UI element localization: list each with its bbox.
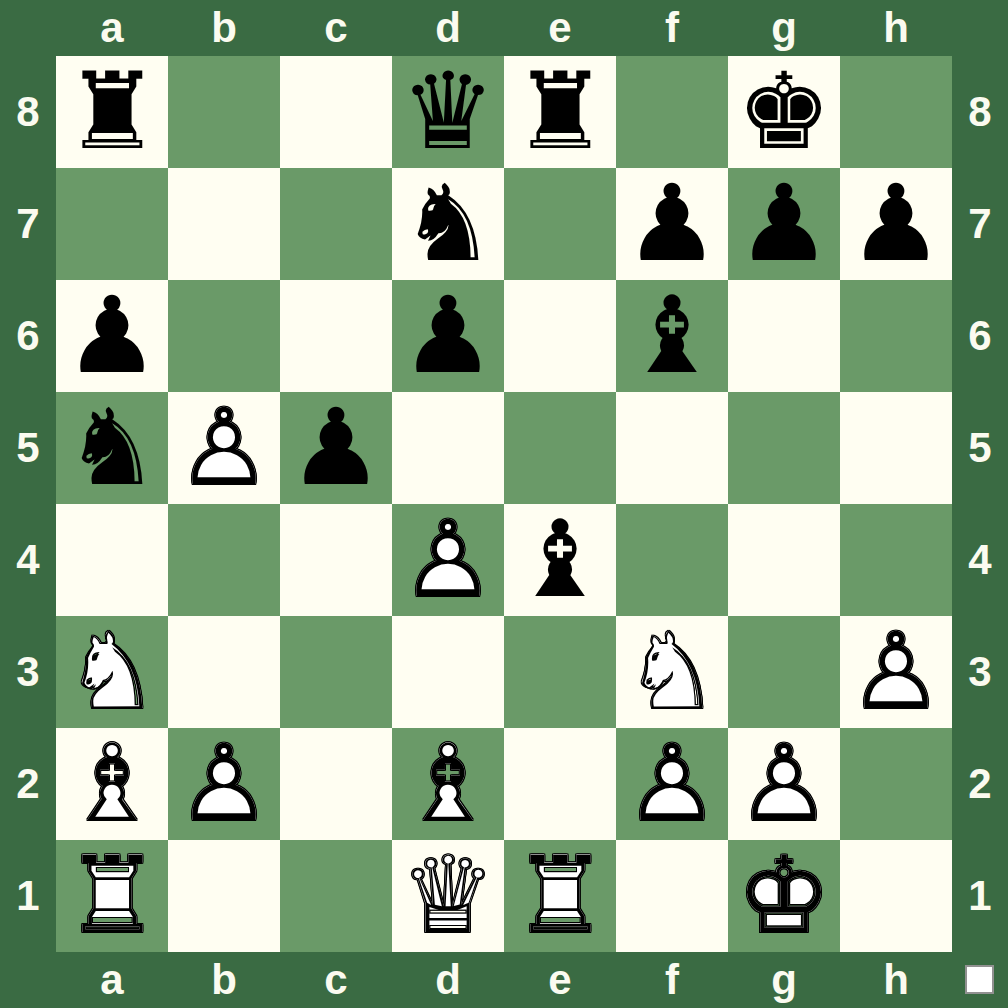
file-label-c: c: [280, 952, 392, 1008]
piece-black-pawn-icon[interactable]: ♟: [728, 168, 840, 280]
rank-label-6: 6: [952, 280, 1008, 392]
rank-label-4: 4: [0, 504, 56, 616]
piece-white-pawn-outline-icon: ♙: [392, 504, 504, 616]
piece-white-pawn-icon[interactable]: ♟: [168, 392, 280, 504]
rank-label-2: 2: [0, 728, 56, 840]
square-f8[interactable]: [616, 56, 728, 168]
square-d2[interactable]: ♝♗: [392, 728, 504, 840]
square-e3[interactable]: [504, 616, 616, 728]
square-a5[interactable]: ♞: [56, 392, 168, 504]
piece-black-pawn-icon[interactable]: ♟: [392, 280, 504, 392]
square-f6[interactable]: ♝: [616, 280, 728, 392]
square-c5[interactable]: ♟: [280, 392, 392, 504]
piece-white-pawn-icon[interactable]: ♟: [840, 616, 952, 728]
square-h7[interactable]: ♟: [840, 168, 952, 280]
file-label-f: f: [616, 952, 728, 1008]
file-label-g: g: [728, 0, 840, 56]
chess-board-diagram: abcdefgh abcdefgh 87654321 87654321 ♜♛♜♚…: [0, 0, 1008, 1008]
file-labels-top: abcdefgh: [56, 0, 952, 56]
file-label-a: a: [56, 0, 168, 56]
piece-black-pawn-icon[interactable]: ♟: [840, 168, 952, 280]
file-label-d: d: [392, 0, 504, 56]
square-c3[interactable]: [280, 616, 392, 728]
square-b2[interactable]: ♟♙: [168, 728, 280, 840]
rank-label-3: 3: [952, 616, 1008, 728]
square-g1[interactable]: ♚♔: [728, 840, 840, 952]
piece-black-queen-icon[interactable]: ♛: [392, 56, 504, 168]
piece-white-bishop-outline-icon: ♗: [392, 728, 504, 840]
square-d4[interactable]: ♟♙: [392, 504, 504, 616]
rank-label-6: 6: [0, 280, 56, 392]
square-g8[interactable]: ♚: [728, 56, 840, 168]
square-f7[interactable]: ♟: [616, 168, 728, 280]
piece-black-rook-icon[interactable]: ♜: [504, 56, 616, 168]
piece-black-rook-icon[interactable]: ♜: [56, 56, 168, 168]
rank-label-1: 1: [0, 840, 56, 952]
piece-white-pawn-outline-icon: ♙: [840, 616, 952, 728]
square-h6[interactable]: [840, 280, 952, 392]
piece-white-pawn-icon[interactable]: ♟: [168, 728, 280, 840]
piece-white-bishop-icon[interactable]: ♝: [392, 728, 504, 840]
rank-label-5: 5: [952, 392, 1008, 504]
piece-white-knight-icon[interactable]: ♞: [56, 616, 168, 728]
file-label-a: a: [56, 952, 168, 1008]
square-b6[interactable]: [168, 280, 280, 392]
file-label-e: e: [504, 0, 616, 56]
square-h4[interactable]: [840, 504, 952, 616]
piece-black-bishop-icon[interactable]: ♝: [616, 280, 728, 392]
square-f4[interactable]: [616, 504, 728, 616]
file-label-b: b: [168, 952, 280, 1008]
piece-white-knight-outline-icon: ♘: [616, 616, 728, 728]
file-label-b: b: [168, 0, 280, 56]
rank-labels-left: 87654321: [0, 56, 56, 952]
rank-label-5: 5: [0, 392, 56, 504]
square-e4[interactable]: ♝: [504, 504, 616, 616]
square-d6[interactable]: ♟: [392, 280, 504, 392]
square-h5[interactable]: [840, 392, 952, 504]
rank-label-4: 4: [952, 504, 1008, 616]
square-c2[interactable]: [280, 728, 392, 840]
piece-white-king-icon[interactable]: ♚: [728, 840, 840, 952]
square-d5[interactable]: [392, 392, 504, 504]
piece-white-queen-outline-icon: ♕: [392, 840, 504, 952]
side-to-move-indicator: [965, 965, 994, 994]
square-c8[interactable]: [280, 56, 392, 168]
square-c7[interactable]: [280, 168, 392, 280]
piece-white-queen-icon[interactable]: ♛: [392, 840, 504, 952]
file-label-e: e: [504, 952, 616, 1008]
square-c4[interactable]: [280, 504, 392, 616]
rank-label-3: 3: [0, 616, 56, 728]
rank-label-2: 2: [952, 728, 1008, 840]
rank-label-8: 8: [952, 56, 1008, 168]
square-g3[interactable]: [728, 616, 840, 728]
file-labels-bottom: abcdefgh: [56, 952, 952, 1008]
square-c1[interactable]: [280, 840, 392, 952]
square-e2[interactable]: [504, 728, 616, 840]
square-c6[interactable]: [280, 280, 392, 392]
square-g4[interactable]: [728, 504, 840, 616]
piece-white-pawn-outline-icon: ♙: [168, 392, 280, 504]
square-b5[interactable]: ♟♙: [168, 392, 280, 504]
square-f1[interactable]: [616, 840, 728, 952]
rank-label-7: 7: [952, 168, 1008, 280]
square-a6[interactable]: ♟: [56, 280, 168, 392]
rank-label-7: 7: [0, 168, 56, 280]
piece-white-rook-outline-icon: ♖: [504, 840, 616, 952]
square-f3[interactable]: ♞♘: [616, 616, 728, 728]
square-e7[interactable]: [504, 168, 616, 280]
file-label-f: f: [616, 0, 728, 56]
piece-black-knight-icon[interactable]: ♞: [56, 392, 168, 504]
square-d3[interactable]: [392, 616, 504, 728]
square-b1[interactable]: [168, 840, 280, 952]
square-h3[interactable]: ♟♙: [840, 616, 952, 728]
piece-white-rook-icon[interactable]: ♜: [56, 840, 168, 952]
square-e6[interactable]: [504, 280, 616, 392]
piece-white-knight-outline-icon: ♘: [56, 616, 168, 728]
file-label-d: d: [392, 952, 504, 1008]
piece-white-pawn-outline-icon: ♙: [728, 728, 840, 840]
file-label-g: g: [728, 952, 840, 1008]
piece-white-bishop-outline-icon: ♗: [56, 728, 168, 840]
square-a2[interactable]: ♝♗: [56, 728, 168, 840]
piece-white-pawn-icon[interactable]: ♟: [392, 504, 504, 616]
file-label-h: h: [840, 952, 952, 1008]
piece-white-pawn-icon[interactable]: ♟: [616, 728, 728, 840]
piece-black-bishop-icon[interactable]: ♝: [504, 504, 616, 616]
square-f5[interactable]: [616, 392, 728, 504]
piece-white-rook-icon[interactable]: ♜: [504, 840, 616, 952]
piece-black-knight-icon[interactable]: ♞: [392, 168, 504, 280]
square-a7[interactable]: [56, 168, 168, 280]
rank-label-1: 1: [952, 840, 1008, 952]
piece-white-pawn-outline-icon: ♙: [168, 728, 280, 840]
square-e1[interactable]: ♜♖: [504, 840, 616, 952]
square-e5[interactable]: [504, 392, 616, 504]
piece-black-king-icon[interactable]: ♚: [728, 56, 840, 168]
piece-black-pawn-icon[interactable]: ♟: [616, 168, 728, 280]
square-g2[interactable]: ♟♙: [728, 728, 840, 840]
file-label-c: c: [280, 0, 392, 56]
square-b3[interactable]: [168, 616, 280, 728]
square-b7[interactable]: [168, 168, 280, 280]
board: ♜♛♜♚♞♟♟♟♟♟♝♞♟♙♟♟♙♝♞♘♞♘♟♙♝♗♟♙♝♗♟♙♟♙♜♖♛♕♜♖…: [56, 56, 952, 952]
square-b8[interactable]: [168, 56, 280, 168]
square-b4[interactable]: [168, 504, 280, 616]
square-h8[interactable]: [840, 56, 952, 168]
square-a8[interactable]: ♜: [56, 56, 168, 168]
square-g7[interactable]: ♟: [728, 168, 840, 280]
square-d8[interactable]: ♛: [392, 56, 504, 168]
piece-white-bishop-icon[interactable]: ♝: [56, 728, 168, 840]
piece-black-pawn-icon[interactable]: ♟: [56, 280, 168, 392]
square-a1[interactable]: ♜♖: [56, 840, 168, 952]
file-label-h: h: [840, 0, 952, 56]
square-h2[interactable]: [840, 728, 952, 840]
square-e8[interactable]: ♜: [504, 56, 616, 168]
square-h1[interactable]: [840, 840, 952, 952]
square-d1[interactable]: ♛♕: [392, 840, 504, 952]
piece-black-pawn-icon[interactable]: ♟: [280, 392, 392, 504]
square-a4[interactable]: [56, 504, 168, 616]
square-g6[interactable]: [728, 280, 840, 392]
square-g5[interactable]: [728, 392, 840, 504]
square-a3[interactable]: ♞♘: [56, 616, 168, 728]
piece-white-rook-outline-icon: ♖: [56, 840, 168, 952]
piece-white-pawn-outline-icon: ♙: [616, 728, 728, 840]
square-f2[interactable]: ♟♙: [616, 728, 728, 840]
piece-white-pawn-icon[interactable]: ♟: [728, 728, 840, 840]
rank-labels-right: 87654321: [952, 56, 1008, 952]
piece-white-king-outline-icon: ♔: [728, 840, 840, 952]
piece-white-knight-icon[interactable]: ♞: [616, 616, 728, 728]
rank-label-8: 8: [0, 56, 56, 168]
square-d7[interactable]: ♞: [392, 168, 504, 280]
